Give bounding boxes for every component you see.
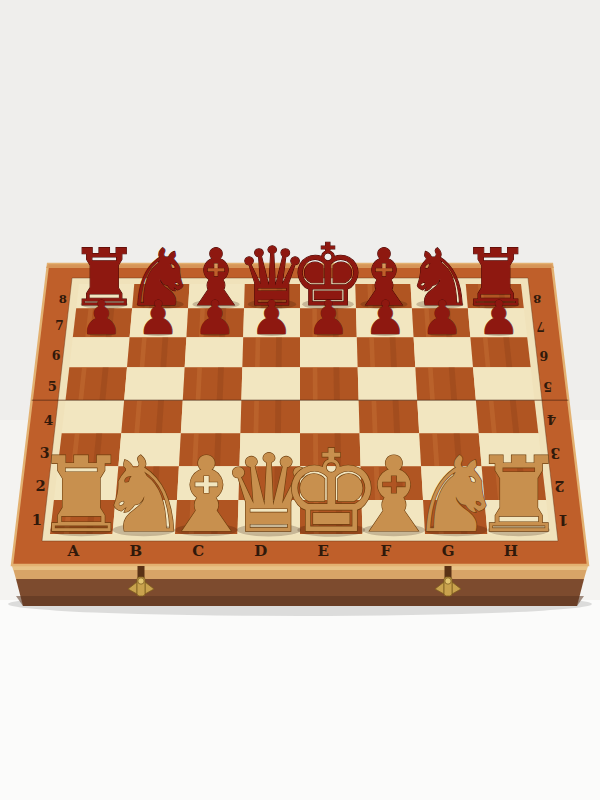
piece-red-pawn-e7: ♟ xyxy=(307,290,349,345)
clasp-right-knob xyxy=(445,578,451,584)
piece-red-pawn-a7: ♟ xyxy=(80,290,122,345)
piece-red-pawn-f7: ♟ xyxy=(364,290,406,345)
square-d4-grain-light xyxy=(254,400,259,433)
square-b5 xyxy=(124,367,185,400)
clasp-left-catch-slot xyxy=(138,566,145,578)
square-a4 xyxy=(62,400,124,433)
rank-label-right-4: 4 xyxy=(547,412,556,428)
rank-label-left-7: 7 xyxy=(55,319,63,333)
square-e5 xyxy=(300,367,359,400)
clasp-left-knob xyxy=(138,578,144,584)
square-g4 xyxy=(417,400,478,433)
rank-label-right-7: 7 xyxy=(536,319,544,333)
rank-label-right-6: 6 xyxy=(539,348,548,363)
rank-label-left-4: 4 xyxy=(44,412,53,428)
square-a5 xyxy=(66,367,127,400)
piece-red-pawn-d7: ♟ xyxy=(251,290,293,345)
square-d5 xyxy=(241,367,300,400)
piece-wood-rook-h1: ♜ xyxy=(472,434,565,556)
square-f5 xyxy=(358,367,418,400)
rank-label-left-8: 8 xyxy=(59,292,67,306)
square-e5-grain-light xyxy=(313,367,318,400)
square-h4 xyxy=(476,400,538,433)
square-c5 xyxy=(183,367,243,400)
rank-label-left-6: 6 xyxy=(52,348,61,363)
square-g5 xyxy=(415,367,476,400)
board-box-side-shade xyxy=(16,596,584,606)
clasp-right-catch-slot xyxy=(445,566,452,578)
rank-label-left-5: 5 xyxy=(48,379,57,394)
piece-red-pawn-c7: ♟ xyxy=(194,290,236,345)
chess-set-scene: ABCDEFGH8877665544332211♜♞♝♛♚♝♞♜♟♟♟♟♟♟♟♟… xyxy=(0,0,600,800)
piece-red-pawn-g7: ♟ xyxy=(421,290,463,345)
square-h5 xyxy=(473,367,534,400)
backdrop-bottom xyxy=(0,600,600,800)
piece-red-pawn-h7: ♟ xyxy=(478,290,520,345)
photo-canvas: ABCDEFGH8877665544332211♜♞♝♛♚♝♞♜♟♟♟♟♟♟♟♟… xyxy=(0,0,600,800)
square-c4 xyxy=(181,400,242,433)
rank-label-right-8: 8 xyxy=(533,292,541,306)
square-e5-grain-dark xyxy=(333,367,339,400)
square-b4 xyxy=(121,400,182,433)
piece-red-pawn-b7: ♟ xyxy=(137,290,179,345)
rank-label-right-5: 5 xyxy=(543,379,552,394)
